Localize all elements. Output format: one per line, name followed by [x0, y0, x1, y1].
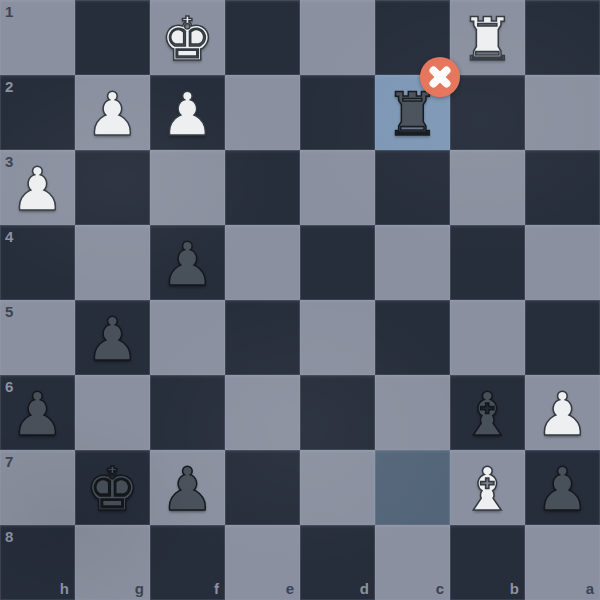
rank-label-5: 5	[5, 304, 13, 319]
square-c6[interactable]	[375, 375, 450, 450]
square-h8[interactable]: 8h	[0, 525, 75, 600]
square-g2[interactable]: ♟	[75, 75, 150, 150]
square-b8[interactable]: b	[450, 525, 525, 600]
square-d5[interactable]	[300, 300, 375, 375]
square-c8[interactable]: c	[375, 525, 450, 600]
piece-white-pawn[interactable]: ♟	[0, 151, 75, 226]
piece-black-king[interactable]: ♚	[75, 451, 150, 526]
square-g5[interactable]: ♟	[75, 300, 150, 375]
square-b1[interactable]: ♜	[450, 0, 525, 75]
square-b2[interactable]	[450, 75, 525, 150]
piece-white-pawn[interactable]: ♟	[525, 376, 600, 451]
file-label-f: f	[214, 581, 219, 596]
chess-board-container: 1♚♜2♟♟♜3♟4♟5♟6♟♝♟7♚♟♝♟8hgfedcba	[0, 0, 600, 600]
square-f5[interactable]	[150, 300, 225, 375]
piece-black-pawn[interactable]: ♟	[150, 226, 225, 301]
square-d3[interactable]	[300, 150, 375, 225]
rank-label-8: 8	[5, 529, 13, 544]
square-e3[interactable]	[225, 150, 300, 225]
square-g7[interactable]: ♚	[75, 450, 150, 525]
square-h7[interactable]: 7	[0, 450, 75, 525]
square-a7[interactable]: ♟	[525, 450, 600, 525]
square-e7[interactable]	[225, 450, 300, 525]
square-g8[interactable]: g	[75, 525, 150, 600]
square-d6[interactable]	[300, 375, 375, 450]
piece-black-pawn[interactable]: ♟	[525, 451, 600, 526]
chess-board: 1♚♜2♟♟♜3♟4♟5♟6♟♝♟7♚♟♝♟8hgfedcba	[0, 0, 600, 600]
file-label-d: d	[360, 581, 369, 596]
square-f7[interactable]: ♟	[150, 450, 225, 525]
file-label-e: e	[286, 581, 294, 596]
square-h1[interactable]: 1	[0, 0, 75, 75]
square-b7[interactable]: ♝	[450, 450, 525, 525]
square-e6[interactable]	[225, 375, 300, 450]
square-f3[interactable]	[150, 150, 225, 225]
square-a5[interactable]	[525, 300, 600, 375]
square-a1[interactable]	[525, 0, 600, 75]
piece-white-king[interactable]: ♚	[150, 1, 225, 76]
square-f4[interactable]: ♟	[150, 225, 225, 300]
square-g6[interactable]	[75, 375, 150, 450]
square-g1[interactable]	[75, 0, 150, 75]
rank-label-1: 1	[5, 4, 13, 19]
square-d1[interactable]	[300, 0, 375, 75]
square-c3[interactable]	[375, 150, 450, 225]
square-a8[interactable]: a	[525, 525, 600, 600]
square-c2[interactable]: ♜	[375, 75, 450, 150]
square-h2[interactable]: 2	[0, 75, 75, 150]
square-c5[interactable]	[375, 300, 450, 375]
square-f2[interactable]: ♟	[150, 75, 225, 150]
square-c7[interactable]	[375, 450, 450, 525]
square-h4[interactable]: 4	[0, 225, 75, 300]
square-g3[interactable]	[75, 150, 150, 225]
square-a3[interactable]	[525, 150, 600, 225]
piece-white-rook[interactable]: ♜	[450, 1, 525, 76]
square-f1[interactable]: ♚	[150, 0, 225, 75]
square-c4[interactable]	[375, 225, 450, 300]
piece-white-pawn[interactable]: ♟	[150, 76, 225, 151]
square-a6[interactable]: ♟	[525, 375, 600, 450]
square-c1[interactable]	[375, 0, 450, 75]
square-f8[interactable]: f	[150, 525, 225, 600]
square-b5[interactable]	[450, 300, 525, 375]
square-h3[interactable]: 3♟	[0, 150, 75, 225]
square-e4[interactable]	[225, 225, 300, 300]
square-d8[interactable]: d	[300, 525, 375, 600]
square-b6[interactable]: ♝	[450, 375, 525, 450]
square-f6[interactable]	[150, 375, 225, 450]
file-label-a: a	[586, 581, 594, 596]
piece-black-pawn[interactable]: ♟	[75, 301, 150, 376]
square-g4[interactable]	[75, 225, 150, 300]
square-b4[interactable]	[450, 225, 525, 300]
file-label-c: c	[436, 581, 444, 596]
piece-black-pawn[interactable]: ♟	[150, 451, 225, 526]
rank-label-4: 4	[5, 229, 13, 244]
square-e1[interactable]	[225, 0, 300, 75]
piece-black-bishop[interactable]: ♝	[450, 376, 525, 451]
square-e2[interactable]	[225, 75, 300, 150]
rank-label-2: 2	[5, 79, 13, 94]
piece-white-bishop[interactable]: ♝	[450, 451, 525, 526]
rank-label-7: 7	[5, 454, 13, 469]
square-a2[interactable]	[525, 75, 600, 150]
square-e8[interactable]: e	[225, 525, 300, 600]
square-a4[interactable]	[525, 225, 600, 300]
square-d2[interactable]	[300, 75, 375, 150]
file-label-h: h	[60, 581, 69, 596]
file-label-g: g	[135, 581, 144, 596]
piece-black-rook[interactable]: ♜	[375, 76, 450, 151]
square-h6[interactable]: 6♟	[0, 375, 75, 450]
square-d4[interactable]	[300, 225, 375, 300]
square-h5[interactable]: 5	[0, 300, 75, 375]
piece-white-pawn[interactable]: ♟	[75, 76, 150, 151]
square-b3[interactable]	[450, 150, 525, 225]
square-d7[interactable]	[300, 450, 375, 525]
square-e5[interactable]	[225, 300, 300, 375]
piece-black-pawn[interactable]: ♟	[0, 376, 75, 451]
file-label-b: b	[510, 581, 519, 596]
